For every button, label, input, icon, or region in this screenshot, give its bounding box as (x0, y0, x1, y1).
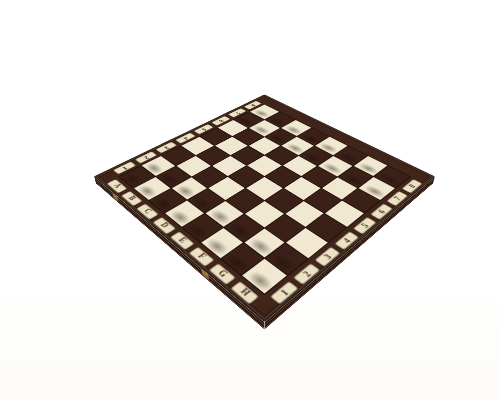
clasp-icon (112, 193, 118, 202)
board-grid: ♜♞♝♛♚♝♞♜♟♟♟♟♟♟♟♟♟♟♟♟♟♟♟♟♜♞♝♛♚♝♞♜ (118, 104, 411, 295)
square-g5 (304, 189, 341, 213)
board-scene: ♜♞♝♛♚♝♞♜♟♟♟♟♟♟♟♟♟♟♟♟♟♟♟♟♜♞♝♛♚♝♞♜ ABCDEFG… (144, 56, 385, 297)
chess-board: ♜♞♝♛♚♝♞♜♟♟♟♟♟♟♟♟♟♟♟♟♟♟♟♟♜♞♝♛♚♝♞♜ ABCDEFG… (94, 95, 435, 323)
photo-stage: ♜♞♝♛♚♝♞♜♟♟♟♟♟♟♟♟♟♟♟♟♟♟♟♟♜♞♝♛♚♝♞♜ ABCDEFG… (0, 0, 500, 400)
